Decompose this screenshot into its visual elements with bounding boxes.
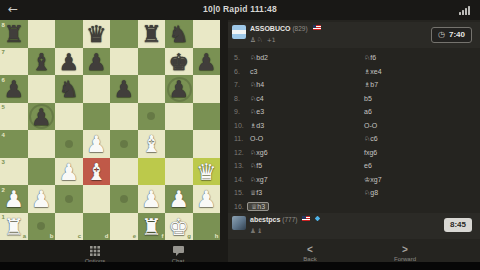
square-f3[interactable] (138, 158, 166, 186)
square-g7[interactable]: ♚ (165, 48, 193, 76)
square-f5[interactable] (138, 103, 166, 131)
square-a1[interactable]: 1a♜ (0, 213, 28, 241)
square-b8[interactable] (28, 20, 56, 48)
coord-rank-6: 6 (2, 77, 5, 83)
black-pawn-h7: ♟ (193, 48, 221, 76)
capture-hint-ring (167, 77, 192, 102)
square-e1[interactable]: e (110, 213, 138, 241)
back-chevron-icon: < (275, 245, 345, 255)
black-queen-d8: ♛ (83, 20, 111, 48)
white-move[interactable]: ♘xg6 (250, 146, 268, 160)
capture-hint-ring (29, 104, 54, 129)
back-move-button[interactable]: < Back (275, 245, 345, 262)
coord-file-d: d (105, 233, 109, 239)
move-number: 15. (234, 186, 244, 200)
square-c1[interactable]: c (55, 213, 83, 241)
black-move[interactable]: a6 (364, 105, 372, 119)
square-f7[interactable] (138, 48, 166, 76)
move-number: 6. (234, 65, 240, 79)
black-rook-f8: ♜ (138, 20, 166, 48)
square-h7[interactable]: ♟ (193, 48, 221, 76)
coord-rank-7: 7 (2, 49, 5, 55)
square-h6[interactable] (193, 75, 221, 103)
square-a2[interactable]: 2♟ (0, 185, 28, 213)
black-bishop-b7: ♝ (28, 48, 56, 76)
chat-bubble-icon (173, 246, 184, 256)
white-move[interactable]: ♘xg7 (250, 173, 268, 187)
square-b3[interactable] (28, 158, 56, 186)
square-a6[interactable]: 6♟ (0, 75, 28, 103)
square-c2[interactable] (55, 185, 83, 213)
black-move[interactable]: ♘g8 (364, 186, 378, 200)
white-pawn-d4: ♟ (83, 130, 111, 158)
move-row-8: 8.♘c4b5 (228, 92, 480, 106)
black-move[interactable]: ♘c6 (364, 132, 378, 146)
coord-rank-5: 5 (2, 104, 5, 110)
coord-rank-8: 8 (2, 22, 5, 28)
white-pawn-f2: ♟ (138, 185, 166, 213)
opponent-captured-pieces: ♙♘ +1 (250, 36, 276, 44)
coord-rank-4: 4 (2, 132, 5, 138)
square-f4[interactable]: ♝ (138, 130, 166, 158)
coord-file-h: h (215, 233, 219, 239)
move-row-7: 7.♘h4♗b7 (228, 78, 480, 92)
square-e4[interactable] (110, 130, 138, 158)
black-move[interactable]: fxg6 (364, 146, 377, 160)
square-h4[interactable] (193, 130, 221, 158)
square-c7[interactable]: ♟ (55, 48, 83, 76)
square-c4[interactable] (55, 130, 83, 158)
square-a8[interactable]: 8♜ (0, 20, 28, 48)
diamond-membership-icon (315, 216, 321, 222)
move-number: 7. (234, 78, 240, 92)
square-d6[interactable] (83, 75, 111, 103)
own-name-row: abestpcs (777) (250, 216, 320, 223)
square-e5[interactable] (110, 103, 138, 131)
white-move[interactable]: ♕h3 (250, 200, 269, 212)
opponent-avatar[interactable] (232, 25, 246, 39)
square-d2[interactable] (83, 185, 111, 213)
move-list[interactable]: 5.♘bd2♘f66.c3♗xe47.♘h4♗b78.♘c4b59.♘e3a61… (228, 51, 480, 211)
move-hint-dot (120, 195, 128, 203)
coord-rank-2: 2 (2, 187, 5, 193)
move-number: 13. (234, 159, 244, 173)
square-a3[interactable]: 3 (0, 158, 28, 186)
square-h3[interactable]: ♛ (193, 158, 221, 186)
own-avatar[interactable] (232, 216, 246, 230)
square-c5[interactable] (55, 103, 83, 131)
move-row-15: 15.♕f3♘g8 (228, 186, 480, 200)
square-b4[interactable] (28, 130, 56, 158)
black-move[interactable]: ♘f6 (364, 51, 376, 65)
coord-file-c: c (78, 233, 81, 239)
opponent-clock: ◷7:40 (431, 27, 472, 43)
black-move[interactable]: ♔xg7 (364, 173, 382, 187)
square-e2[interactable] (110, 185, 138, 213)
options-grid-icon (90, 246, 100, 256)
square-g4[interactable] (165, 130, 193, 158)
square-d3[interactable]: ♝ (83, 158, 111, 186)
coord-rank-1: 1 (2, 214, 5, 220)
coord-file-f: f (162, 233, 164, 239)
black-move[interactable]: b5 (364, 92, 372, 106)
move-number: 11. (234, 132, 243, 146)
app-screen: ← 10|0 Rapid 111:48 8♜♛♜♞7♝♟♟♚♟6♟♞♟♟5♟4♟… (0, 0, 480, 270)
move-row-16: 16.♕h3 (228, 200, 480, 212)
move-row-13: 13.♘f5e6 (228, 159, 480, 173)
chess-board[interactable]: 8♜♛♜♞7♝♟♟♚♟6♟♞♟♟5♟4♟♝3♟♝♛2♟♟♟♟♟1a♜bcdef♜… (0, 20, 220, 240)
square-e6[interactable]: ♟ (110, 75, 138, 103)
opponent-username: ASSOBUCO (250, 25, 290, 32)
move-row-12: 12.♘xg6fxg6 (228, 146, 480, 160)
black-move[interactable]: O-O (364, 119, 377, 133)
own-flag-icon (302, 216, 310, 221)
square-d4[interactable]: ♟ (83, 130, 111, 158)
move-hint-dot (65, 140, 73, 148)
move-number: 16. (234, 200, 244, 212)
move-hint-dot (65, 195, 73, 203)
square-f1[interactable]: f♜ (138, 213, 166, 241)
square-b2[interactable]: ♟ (28, 185, 56, 213)
coord-file-e: e (133, 233, 136, 239)
game-title: 10|0 Rapid 111:48 (0, 4, 480, 14)
move-row-10: 10.♗d3O-O (228, 119, 480, 133)
opponent-name-row: ASSOBUCO (829) (250, 25, 321, 32)
coord-file-g: g (187, 233, 191, 239)
opponent-rating: (829) (292, 25, 307, 32)
square-h1[interactable]: h (193, 213, 221, 241)
square-h5[interactable] (193, 103, 221, 131)
square-g5[interactable] (165, 103, 193, 131)
white-move[interactable]: ♘bd2 (250, 51, 268, 65)
white-pawn-c3: ♟ (55, 158, 83, 186)
white-move[interactable]: O-O (250, 132, 263, 146)
own-username: abestpcs (250, 216, 280, 223)
top-bar: ← 10|0 Rapid 111:48 (0, 0, 480, 20)
square-a7[interactable]: 7 (0, 48, 28, 76)
move-row-14: 14.♘xg7♔xg7 (228, 173, 480, 187)
black-move[interactable]: ♗b7 (364, 78, 378, 92)
square-g3[interactable] (165, 158, 193, 186)
square-e3[interactable] (110, 158, 138, 186)
white-move[interactable]: ♘e3 (250, 105, 264, 119)
forward-chevron-icon: > (370, 245, 440, 255)
square-d1[interactable]: d (83, 213, 111, 241)
white-pawn-g2: ♟ (165, 185, 193, 213)
square-c3[interactable]: ♟ (55, 158, 83, 186)
material-advantage: +1 (267, 36, 276, 43)
white-move[interactable]: ♕f3 (250, 186, 262, 200)
square-d5[interactable] (83, 103, 111, 131)
current-move-highlight: ♕h3 (247, 202, 269, 211)
opponent-player-card[interactable]: ASSOBUCO (829) ♙♘ +1 ◷7:40 (228, 22, 480, 48)
white-pawn-b2: ♟ (28, 185, 56, 213)
square-a4[interactable]: 4 (0, 130, 28, 158)
white-move[interactable]: c3 (250, 65, 257, 79)
white-move[interactable]: ♘c4 (250, 92, 264, 106)
black-move[interactable]: ♗xe4 (364, 65, 382, 79)
forward-move-button[interactable]: > Forward (370, 245, 440, 262)
move-number: 12. (234, 146, 244, 160)
move-hint-dot (147, 112, 155, 120)
white-queen-h3: ♛ (193, 158, 221, 186)
square-h8[interactable] (193, 20, 221, 48)
square-d8[interactable]: ♛ (83, 20, 111, 48)
square-b5[interactable]: ♟ (28, 103, 56, 131)
board-column: 8♜♛♜♞7♝♟♟♚♟6♟♞♟♟5♟4♟♝3♟♝♛2♟♟♟♟♟1a♜bcdef♜… (0, 20, 228, 262)
black-move[interactable]: e6 (364, 159, 372, 173)
black-pawn-e6: ♟ (110, 75, 138, 103)
square-c8[interactable] (55, 20, 83, 48)
white-move[interactable]: ♘h4 (250, 78, 264, 92)
square-c6[interactable]: ♞ (55, 75, 83, 103)
square-g2[interactable]: ♟ (165, 185, 193, 213)
black-knight-c6: ♞ (55, 75, 83, 103)
own-rating: (777) (282, 216, 297, 223)
move-hint-dot (37, 222, 45, 230)
white-pawn-h2: ♟ (193, 185, 221, 213)
black-knight-g8: ♞ (165, 20, 193, 48)
white-move[interactable]: ♗d3 (250, 119, 264, 133)
move-number: 9. (234, 105, 240, 119)
white-move[interactable]: ♘f5 (250, 159, 262, 173)
game-side-panel: ASSOBUCO (829) ♙♘ +1 ◷7:40 5.♘bd2♘f66.c3… (228, 20, 480, 262)
square-b7[interactable]: ♝ (28, 48, 56, 76)
move-row-11: 11.O-O♘c6 (228, 132, 480, 146)
own-clock: 8:45 (444, 218, 472, 232)
white-bishop-f4: ♝ (138, 130, 166, 158)
move-number: 5. (234, 51, 240, 65)
square-g6[interactable]: ♟ (165, 75, 193, 103)
coord-file-a: a (23, 233, 26, 239)
own-player-card[interactable]: abestpcs (777) ♟♝ 8:45 (228, 213, 480, 239)
square-g8[interactable]: ♞ (165, 20, 193, 48)
square-e7[interactable] (110, 48, 138, 76)
square-e8[interactable] (110, 20, 138, 48)
square-f2[interactable]: ♟ (138, 185, 166, 213)
move-number: 14. (234, 173, 244, 187)
white-bishop-d3: ♝ (83, 158, 111, 186)
square-h2[interactable]: ♟ (193, 185, 221, 213)
move-hint-dot (120, 140, 128, 148)
move-row-6: 6.c3♗xe4 (228, 65, 480, 79)
running-clock-icon: ◷ (438, 30, 445, 39)
move-row-5: 5.♘bd2♘f6 (228, 51, 480, 65)
square-b6[interactable] (28, 75, 56, 103)
black-pawn-c7: ♟ (55, 48, 83, 76)
own-captured-pieces: ♟♝ (250, 227, 264, 235)
move-number: 8. (234, 92, 240, 106)
signal-bars-icon (459, 6, 470, 15)
move-row-9: 9.♘e3a6 (228, 105, 480, 119)
square-d7[interactable]: ♟ (83, 48, 111, 76)
square-b1[interactable]: b (28, 213, 56, 241)
move-number: 10. (234, 119, 244, 133)
square-a5[interactable]: 5 (0, 103, 28, 131)
coord-file-b: b (50, 233, 54, 239)
square-g1[interactable]: g♚ (165, 213, 193, 241)
opponent-flag-icon (313, 25, 321, 30)
square-f8[interactable]: ♜ (138, 20, 166, 48)
coord-rank-3: 3 (2, 159, 5, 165)
black-king-g7: ♚ (165, 48, 193, 76)
square-f6[interactable] (138, 75, 166, 103)
black-pawn-d7: ♟ (83, 48, 111, 76)
device-bottom-strip (0, 262, 480, 270)
